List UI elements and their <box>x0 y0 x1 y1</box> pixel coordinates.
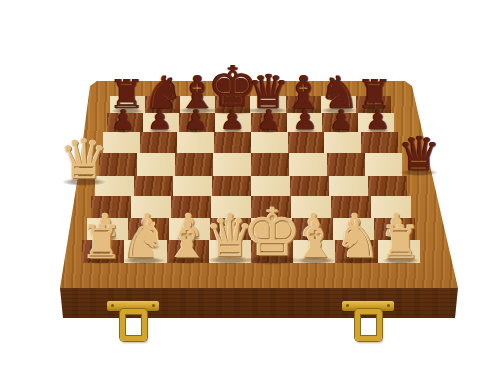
board-rank-4 <box>95 176 407 196</box>
square-e3 <box>251 196 291 218</box>
square-f6 <box>288 132 325 153</box>
piece-shadow <box>301 236 327 241</box>
square-g3 <box>331 196 371 218</box>
piece-shadow <box>367 128 389 133</box>
square-h6 <box>361 132 398 153</box>
piece-shadow <box>321 107 357 114</box>
square-g5 <box>327 153 365 176</box>
square-a3 <box>91 196 131 218</box>
piece-shadow <box>337 257 379 265</box>
brass-latch-left <box>107 301 159 357</box>
square-g6 <box>324 132 361 153</box>
square-b3 <box>131 196 171 218</box>
board-rank-5 <box>99 153 403 176</box>
square-f3 <box>291 196 331 218</box>
piece-shadow <box>83 257 120 264</box>
square-b6 <box>140 132 177 153</box>
piece-shadow <box>382 257 419 264</box>
square-e5 <box>251 153 289 176</box>
piece-shadow <box>384 236 410 241</box>
square-f4 <box>290 176 329 196</box>
screw-icon <box>152 304 155 307</box>
square-d5 <box>213 153 251 176</box>
square-c5 <box>175 153 213 176</box>
piece-shadow <box>222 128 244 133</box>
square-h5 <box>365 153 403 176</box>
board-rank-3 <box>91 196 411 218</box>
piece-shadow <box>176 236 202 241</box>
piece-shadow <box>134 236 160 241</box>
piece-shadow <box>111 108 143 114</box>
square-f5 <box>289 153 327 176</box>
square-h3 <box>371 196 411 218</box>
screw-icon <box>346 304 349 307</box>
piece-shadow <box>144 107 180 114</box>
piece-shadow <box>185 128 207 133</box>
square-d4 <box>212 176 251 196</box>
piece-shadow <box>258 128 280 133</box>
piece-shadow <box>217 236 243 241</box>
screw-icon <box>111 304 114 307</box>
piece-shadow <box>342 236 368 241</box>
square-b5 <box>137 153 175 176</box>
piece-shadow <box>286 107 322 114</box>
piece-shadow <box>246 255 299 265</box>
piece-shadow <box>259 236 285 241</box>
brass-latch-right <box>342 301 394 357</box>
square-c4 <box>173 176 212 196</box>
square-c3 <box>171 196 211 218</box>
board-rank-6 <box>103 132 398 153</box>
piece-shadow <box>93 236 119 241</box>
piece-shadow <box>294 128 316 133</box>
square-h4 <box>368 176 407 196</box>
piece-shadow <box>113 128 135 133</box>
square-e6 <box>251 132 288 153</box>
piece-shadow <box>149 128 171 133</box>
square-a6 <box>103 132 140 153</box>
square-b4 <box>134 176 173 196</box>
latch-hasp-icon <box>120 309 147 341</box>
latch-hasp-icon <box>355 309 382 341</box>
screw-icon <box>387 304 390 307</box>
piece-shadow <box>358 108 390 114</box>
square-d3 <box>211 196 251 218</box>
square-d6 <box>214 132 251 153</box>
piece-shadow <box>331 128 353 133</box>
square-e4 <box>251 176 290 196</box>
square-c6 <box>177 132 214 153</box>
square-a5 <box>99 153 137 176</box>
chess-set-photo: ♜♞♝♚♛♝♞♜♟♟♟♟♟♟♟♟♟♟♟♟♟♟♟♟♜♞♝♛♚♝♞♜♛♛ <box>0 0 500 367</box>
square-g4 <box>329 176 368 196</box>
